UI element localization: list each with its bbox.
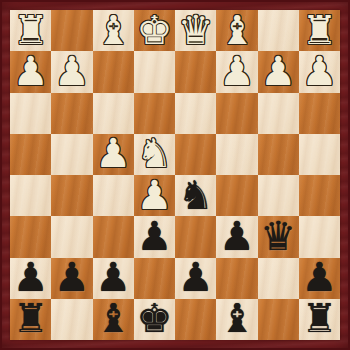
white-pawn: ♟ bbox=[54, 51, 90, 91]
square-a3[interactable] bbox=[299, 93, 340, 134]
square-d5[interactable]: ♞ bbox=[175, 175, 216, 216]
black-pawn: ♟ bbox=[301, 257, 337, 297]
square-d1[interactable]: ♛ bbox=[175, 10, 216, 51]
white-pawn: ♟ bbox=[301, 51, 337, 91]
square-e1[interactable]: ♚ bbox=[134, 10, 175, 51]
white-pawn: ♟ bbox=[13, 51, 49, 91]
square-f7[interactable]: ♟ bbox=[93, 258, 134, 299]
square-c8[interactable]: ♝ bbox=[216, 299, 257, 340]
square-a6[interactable] bbox=[299, 216, 340, 257]
square-e7[interactable] bbox=[134, 258, 175, 299]
square-d3[interactable] bbox=[175, 93, 216, 134]
square-g6[interactable] bbox=[51, 216, 92, 257]
square-f3[interactable] bbox=[93, 93, 134, 134]
white-queen: ♛ bbox=[178, 10, 214, 50]
square-g8[interactable] bbox=[51, 299, 92, 340]
white-pawn: ♟ bbox=[95, 133, 131, 173]
white-knight: ♞ bbox=[136, 133, 172, 173]
black-bishop: ♝ bbox=[219, 298, 255, 338]
square-c2[interactable]: ♟ bbox=[216, 51, 257, 92]
square-e8[interactable]: ♚ bbox=[134, 299, 175, 340]
board-frame: ♜♝♚♛♝♜♟♟♟♟♟♟♞♟♞♟♟♛♟♟♟♟♟♜♝♚♝♜ bbox=[0, 0, 350, 350]
square-b8[interactable] bbox=[258, 299, 299, 340]
square-a1[interactable]: ♜ bbox=[299, 10, 340, 51]
white-pawn: ♟ bbox=[136, 175, 172, 215]
square-a5[interactable] bbox=[299, 175, 340, 216]
black-queen: ♛ bbox=[260, 216, 296, 256]
square-a8[interactable]: ♜ bbox=[299, 299, 340, 340]
square-e6[interactable]: ♟ bbox=[134, 216, 175, 257]
black-pawn: ♟ bbox=[54, 257, 90, 297]
square-d4[interactable] bbox=[175, 134, 216, 175]
square-a7[interactable]: ♟ bbox=[299, 258, 340, 299]
square-h4[interactable] bbox=[10, 134, 51, 175]
square-e4[interactable]: ♞ bbox=[134, 134, 175, 175]
square-d7[interactable]: ♟ bbox=[175, 258, 216, 299]
square-e5[interactable]: ♟ bbox=[134, 175, 175, 216]
square-h1[interactable]: ♜ bbox=[10, 10, 51, 51]
square-d6[interactable] bbox=[175, 216, 216, 257]
square-g7[interactable]: ♟ bbox=[51, 258, 92, 299]
square-b5[interactable] bbox=[258, 175, 299, 216]
black-knight: ♞ bbox=[178, 175, 214, 215]
square-f4[interactable]: ♟ bbox=[93, 134, 134, 175]
square-a2[interactable]: ♟ bbox=[299, 51, 340, 92]
white-bishop: ♝ bbox=[95, 10, 131, 50]
square-h7[interactable]: ♟ bbox=[10, 258, 51, 299]
black-pawn: ♟ bbox=[13, 257, 49, 297]
square-c4[interactable] bbox=[216, 134, 257, 175]
square-f5[interactable] bbox=[93, 175, 134, 216]
black-pawn: ♟ bbox=[136, 216, 172, 256]
white-pawn: ♟ bbox=[219, 51, 255, 91]
square-h8[interactable]: ♜ bbox=[10, 299, 51, 340]
square-c3[interactable] bbox=[216, 93, 257, 134]
square-f6[interactable] bbox=[93, 216, 134, 257]
square-e3[interactable] bbox=[134, 93, 175, 134]
black-pawn: ♟ bbox=[219, 216, 255, 256]
square-b4[interactable] bbox=[258, 134, 299, 175]
square-e2[interactable] bbox=[134, 51, 175, 92]
square-d2[interactable] bbox=[175, 51, 216, 92]
square-g4[interactable] bbox=[51, 134, 92, 175]
square-b3[interactable] bbox=[258, 93, 299, 134]
square-c7[interactable] bbox=[216, 258, 257, 299]
white-king: ♚ bbox=[136, 10, 172, 50]
white-bishop: ♝ bbox=[219, 10, 255, 50]
square-f1[interactable]: ♝ bbox=[93, 10, 134, 51]
square-c5[interactable] bbox=[216, 175, 257, 216]
square-g5[interactable] bbox=[51, 175, 92, 216]
black-pawn: ♟ bbox=[95, 257, 131, 297]
white-rook: ♜ bbox=[301, 10, 337, 50]
square-d8[interactable] bbox=[175, 299, 216, 340]
square-h6[interactable] bbox=[10, 216, 51, 257]
square-h2[interactable]: ♟ bbox=[10, 51, 51, 92]
square-f2[interactable] bbox=[93, 51, 134, 92]
square-f8[interactable]: ♝ bbox=[93, 299, 134, 340]
square-c1[interactable]: ♝ bbox=[216, 10, 257, 51]
black-pawn: ♟ bbox=[178, 257, 214, 297]
square-b7[interactable] bbox=[258, 258, 299, 299]
square-g2[interactable]: ♟ bbox=[51, 51, 92, 92]
white-pawn: ♟ bbox=[260, 51, 296, 91]
square-h5[interactable] bbox=[10, 175, 51, 216]
black-rook: ♜ bbox=[13, 298, 49, 338]
square-c6[interactable]: ♟ bbox=[216, 216, 257, 257]
square-g1[interactable] bbox=[51, 10, 92, 51]
square-b1[interactable] bbox=[258, 10, 299, 51]
chess-board: ♜♝♚♛♝♜♟♟♟♟♟♟♞♟♞♟♟♛♟♟♟♟♟♜♝♚♝♜ bbox=[10, 10, 340, 340]
white-rook: ♜ bbox=[13, 10, 49, 50]
square-b6[interactable]: ♛ bbox=[258, 216, 299, 257]
black-king: ♚ bbox=[136, 298, 172, 338]
square-h3[interactable] bbox=[10, 93, 51, 134]
black-rook: ♜ bbox=[301, 298, 337, 338]
square-g3[interactable] bbox=[51, 93, 92, 134]
black-bishop: ♝ bbox=[95, 298, 131, 338]
square-a4[interactable] bbox=[299, 134, 340, 175]
square-b2[interactable]: ♟ bbox=[258, 51, 299, 92]
